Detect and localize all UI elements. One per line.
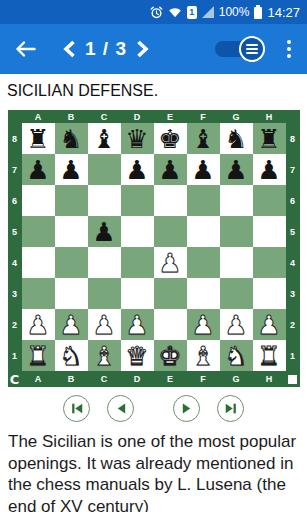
square-b7[interactable]: ♟ [55, 154, 88, 185]
file-label-bottom: F [187, 371, 220, 387]
toolbar: 1 / 3 [0, 24, 307, 74]
square-d3[interactable] [121, 278, 154, 309]
rank-label-left: 6 [8, 185, 22, 216]
back-arrow-icon [14, 40, 36, 58]
black-bishop-piece: ♝ [92, 126, 115, 152]
square-c5[interactable]: ♟ [88, 216, 121, 247]
moves-list-toggle[interactable] [215, 36, 265, 62]
black-knight-piece: ♞ [59, 126, 82, 152]
square-b2[interactable]: ♟ [55, 309, 88, 340]
square-c4[interactable] [88, 247, 121, 278]
white-rook-piece: ♜ [257, 343, 280, 369]
overflow-menu-button[interactable] [282, 38, 296, 60]
opening-title: SICILIAN DEFENSE. [0, 74, 307, 100]
board-corner [286, 110, 300, 123]
square-c7[interactable] [88, 154, 121, 185]
file-label-top: E [154, 110, 187, 123]
white-pawn-piece: ♟ [191, 312, 214, 338]
rank-label-left: 1 [8, 340, 22, 371]
rank-label-left: 4 [8, 247, 22, 278]
rank-label-right: 1 [286, 340, 300, 371]
status-bar: 1 100% 14:27 [0, 0, 307, 24]
white-pawn-piece: ♟ [26, 312, 49, 338]
square-e3[interactable] [154, 278, 187, 309]
square-g7[interactable]: ♟ [220, 154, 253, 185]
square-a8[interactable]: ♜ [22, 123, 55, 154]
page-indicator: 1 / 3 [85, 38, 127, 60]
back-button[interactable] [10, 34, 40, 64]
rank-label-left: 3 [8, 278, 22, 309]
square-g4[interactable] [220, 247, 253, 278]
square-f8[interactable]: ♝ [187, 123, 220, 154]
rank-label-left: 7 [8, 154, 22, 185]
white-rook-piece: ♜ [26, 343, 49, 369]
chapter-previous-button[interactable] [62, 40, 76, 58]
file-label-bottom: A [22, 371, 55, 387]
square-f1[interactable]: ♝ [187, 340, 220, 371]
file-label-bottom: E [154, 371, 187, 387]
square-e4[interactable]: ♟ [154, 247, 187, 278]
list-toggle-icon [239, 36, 265, 62]
skip-to-start-icon [70, 402, 84, 415]
black-bishop-piece: ♝ [191, 126, 214, 152]
square-d2[interactable]: ♟ [121, 309, 154, 340]
square-b3[interactable] [55, 278, 88, 309]
alarm-icon [150, 6, 163, 19]
sim-card-icon: 1 [187, 6, 197, 19]
file-label-top: B [55, 110, 88, 123]
rank-label-right: 2 [286, 309, 300, 340]
black-rook-piece: ♜ [26, 126, 49, 152]
square-d4[interactable] [121, 247, 154, 278]
chevron-right-icon [136, 40, 150, 58]
square-d8[interactable]: ♛ [121, 123, 154, 154]
square-g5[interactable] [220, 216, 253, 247]
file-label-top: D [121, 110, 154, 123]
square-f5[interactable] [187, 216, 220, 247]
black-king-piece: ♚ [158, 126, 181, 152]
square-f2[interactable]: ♟ [187, 309, 220, 340]
go-last-button[interactable] [217, 395, 244, 422]
skip-to-end-icon [224, 402, 238, 415]
file-label-top: F [187, 110, 220, 123]
square-e1[interactable]: ♚ [154, 340, 187, 371]
file-label-top: A [22, 110, 55, 123]
square-h6[interactable] [253, 185, 286, 216]
black-pawn-piece: ♟ [92, 219, 115, 245]
rank-label-left: 2 [8, 309, 22, 340]
black-pawn-piece: ♟ [59, 157, 82, 183]
square-a6[interactable] [22, 185, 55, 216]
rotate-board-glyph: C [10, 372, 20, 387]
square-c8[interactable]: ♝ [88, 123, 121, 154]
opening-description: The Sicilian is one of the most popular … [0, 422, 307, 512]
square-d7[interactable]: ♟ [121, 154, 154, 185]
square-e5[interactable] [154, 216, 187, 247]
step-back-icon [115, 402, 127, 415]
black-pawn-piece: ♟ [26, 157, 49, 183]
square-a2[interactable]: ♟ [22, 309, 55, 340]
square-e7[interactable]: ♟ [154, 154, 187, 185]
file-label-bottom: B [55, 371, 88, 387]
rank-label-right: 6 [286, 185, 300, 216]
file-label-top: C [88, 110, 121, 123]
square-h4[interactable] [253, 247, 286, 278]
file-label-bottom: G [220, 371, 253, 387]
square-a1[interactable]: ♜ [22, 340, 55, 371]
white-pawn-piece: ♟ [224, 312, 247, 338]
white-bishop-piece: ♝ [92, 343, 115, 369]
chess-board: ABCDEFGH8♜♞♝♛♚♝♞♜87♟♟♟♟♟♟♟7665♟54♟4332♟♟… [8, 110, 300, 387]
chevron-left-icon [62, 40, 76, 58]
square-g1[interactable]: ♞ [220, 340, 253, 371]
board-corner [8, 110, 22, 123]
cell-signal-icon [202, 6, 214, 18]
square-g2[interactable]: ♟ [220, 309, 253, 340]
square-a5[interactable] [22, 216, 55, 247]
black-knight-piece: ♞ [224, 126, 247, 152]
black-rook-piece: ♜ [257, 126, 280, 152]
square-c2[interactable]: ♟ [88, 309, 121, 340]
rank-label-right: 4 [286, 247, 300, 278]
square-b1[interactable]: ♞ [55, 340, 88, 371]
file-label-bottom: D [121, 371, 154, 387]
white-pawn-piece: ♟ [59, 312, 82, 338]
chapter-pager: 1 / 3 [62, 38, 150, 60]
wifi-icon [168, 6, 182, 18]
square-c6[interactable] [88, 185, 121, 216]
square-a3[interactable] [22, 278, 55, 309]
file-label-bottom: H [253, 371, 286, 387]
white-pawn-piece: ♟ [92, 312, 115, 338]
square-h7[interactable]: ♟ [253, 154, 286, 185]
white-pawn-piece: ♟ [257, 312, 280, 338]
square-f7[interactable]: ♟ [187, 154, 220, 185]
go-first-button[interactable] [63, 395, 90, 422]
rank-label-left: 8 [8, 123, 22, 154]
square-h2[interactable]: ♟ [253, 309, 286, 340]
move-nav-bar [0, 395, 307, 422]
side-to-move-indicator [286, 371, 300, 387]
square-h3[interactable] [253, 278, 286, 309]
square-h8[interactable]: ♜ [253, 123, 286, 154]
white-pawn-piece: ♟ [125, 312, 148, 338]
battery-icon [254, 7, 262, 19]
square-d6[interactable] [121, 185, 154, 216]
square-g8[interactable]: ♞ [220, 123, 253, 154]
clock-time: 14:27 [267, 6, 300, 19]
square-b5[interactable] [55, 216, 88, 247]
square-e8[interactable]: ♚ [154, 123, 187, 154]
rank-label-right: 7 [286, 154, 300, 185]
step-forward-icon [181, 402, 193, 415]
overflow-menu-icon [287, 40, 291, 44]
square-h5[interactable] [253, 216, 286, 247]
square-g6[interactable] [220, 185, 253, 216]
white-bishop-piece: ♝ [191, 343, 214, 369]
square-d1[interactable]: ♛ [121, 340, 154, 371]
square-f6[interactable] [187, 185, 220, 216]
black-pawn-piece: ♟ [224, 157, 247, 183]
square-e6[interactable] [154, 185, 187, 216]
black-pawn-piece: ♟ [257, 157, 280, 183]
white-pawn-piece: ♟ [158, 250, 181, 276]
square-b6[interactable] [55, 185, 88, 216]
battery-percent: 100% [219, 6, 250, 18]
square-e2[interactable] [154, 309, 187, 340]
square-g3[interactable] [220, 278, 253, 309]
black-pawn-piece: ♟ [191, 157, 214, 183]
rank-label-left: 5 [8, 216, 22, 247]
rank-label-right: 5 [286, 216, 300, 247]
square-c3[interactable] [88, 278, 121, 309]
file-label-top: H [253, 110, 286, 123]
square-b8[interactable]: ♞ [55, 123, 88, 154]
square-b4[interactable] [55, 247, 88, 278]
square-d5[interactable] [121, 216, 154, 247]
rank-label-right: 8 [286, 123, 300, 154]
square-f4[interactable] [187, 247, 220, 278]
square-h1[interactable]: ♜ [253, 340, 286, 371]
file-label-top: G [220, 110, 253, 123]
black-pawn-piece: ♟ [158, 157, 181, 183]
square-a7[interactable]: ♟ [22, 154, 55, 185]
white-knight-piece: ♞ [224, 343, 247, 369]
black-pawn-piece: ♟ [125, 157, 148, 183]
square-f3[interactable] [187, 278, 220, 309]
white-king-piece: ♚ [158, 343, 181, 369]
go-previous-button[interactable] [107, 395, 134, 422]
white-knight-piece: ♞ [59, 343, 82, 369]
rotate-board-icon[interactable]: C [8, 371, 22, 387]
square-c1[interactable]: ♝ [88, 340, 121, 371]
white-queen-piece: ♛ [125, 343, 148, 369]
rank-label-right: 3 [286, 278, 300, 309]
square-a4[interactable] [22, 247, 55, 278]
file-label-bottom: C [88, 371, 121, 387]
go-next-button[interactable] [173, 395, 200, 422]
side-to-move-white-square [288, 375, 297, 384]
chapter-next-button[interactable] [136, 40, 150, 58]
black-queen-piece: ♛ [125, 126, 148, 152]
